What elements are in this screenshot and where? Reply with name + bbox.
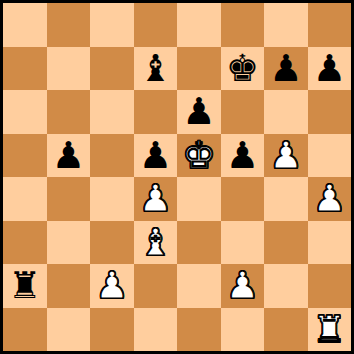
piece-black-pawn: ♟ [313, 50, 346, 87]
square-g2[interactable] [264, 264, 308, 308]
square-h8[interactable] [308, 3, 352, 47]
square-b5[interactable]: ♟ [47, 134, 91, 178]
square-g5[interactable]: ♟ [264, 134, 308, 178]
square-d3[interactable]: ♝ [134, 221, 178, 265]
piece-black-bishop: ♝ [139, 50, 172, 87]
square-a3[interactable] [3, 221, 47, 265]
square-d7[interactable]: ♝ [134, 47, 178, 91]
piece-white-pawn: ♟ [226, 267, 259, 304]
square-h4[interactable]: ♟ [308, 177, 352, 221]
square-e7[interactable] [177, 47, 221, 91]
square-f6[interactable] [221, 90, 265, 134]
square-f8[interactable] [221, 3, 265, 47]
square-f4[interactable] [221, 177, 265, 221]
piece-white-rook: ♜ [313, 311, 346, 348]
square-f5[interactable]: ♟ [221, 134, 265, 178]
square-c4[interactable] [90, 177, 134, 221]
piece-black-pawn: ♟ [226, 137, 259, 174]
square-a7[interactable] [3, 47, 47, 91]
square-g8[interactable] [264, 3, 308, 47]
piece-white-king: ♚ [182, 137, 215, 174]
square-a1[interactable] [3, 308, 47, 352]
square-c6[interactable] [90, 90, 134, 134]
square-b1[interactable] [47, 308, 91, 352]
square-e1[interactable] [177, 308, 221, 352]
square-d5[interactable]: ♟ [134, 134, 178, 178]
square-e4[interactable] [177, 177, 221, 221]
square-c7[interactable] [90, 47, 134, 91]
piece-black-pawn: ♟ [52, 137, 85, 174]
chess-board-frame: ♝♚♟♟♟♟♟♚♟♟♟♟♝♜♟♟♜ [0, 0, 354, 354]
square-g4[interactable] [264, 177, 308, 221]
square-c2[interactable]: ♟ [90, 264, 134, 308]
square-h6[interactable] [308, 90, 352, 134]
square-d1[interactable] [134, 308, 178, 352]
square-c8[interactable] [90, 3, 134, 47]
piece-white-pawn: ♟ [139, 180, 172, 217]
square-c5[interactable] [90, 134, 134, 178]
square-f1[interactable] [221, 308, 265, 352]
piece-black-pawn: ♟ [269, 50, 302, 87]
square-a8[interactable] [3, 3, 47, 47]
square-a4[interactable] [3, 177, 47, 221]
square-f7[interactable]: ♚ [221, 47, 265, 91]
chess-board: ♝♚♟♟♟♟♟♚♟♟♟♟♝♜♟♟♜ [3, 3, 351, 351]
square-d8[interactable] [134, 3, 178, 47]
piece-black-pawn: ♟ [139, 137, 172, 174]
square-a6[interactable] [3, 90, 47, 134]
square-e3[interactable] [177, 221, 221, 265]
square-g7[interactable]: ♟ [264, 47, 308, 91]
square-a5[interactable] [3, 134, 47, 178]
square-h7[interactable]: ♟ [308, 47, 352, 91]
square-c3[interactable] [90, 221, 134, 265]
piece-black-pawn: ♟ [182, 93, 215, 130]
piece-white-pawn: ♟ [95, 267, 128, 304]
piece-white-pawn: ♟ [313, 180, 346, 217]
square-f2[interactable]: ♟ [221, 264, 265, 308]
square-d2[interactable] [134, 264, 178, 308]
square-b8[interactable] [47, 3, 91, 47]
square-b3[interactable] [47, 221, 91, 265]
piece-black-king: ♚ [226, 50, 259, 87]
square-h1[interactable]: ♜ [308, 308, 352, 352]
square-b6[interactable] [47, 90, 91, 134]
square-e8[interactable] [177, 3, 221, 47]
square-f3[interactable] [221, 221, 265, 265]
square-a2[interactable]: ♜ [3, 264, 47, 308]
square-b4[interactable] [47, 177, 91, 221]
square-g3[interactable] [264, 221, 308, 265]
square-h5[interactable] [308, 134, 352, 178]
piece-black-rook: ♜ [8, 267, 41, 304]
square-g6[interactable] [264, 90, 308, 134]
square-g1[interactable] [264, 308, 308, 352]
square-h3[interactable] [308, 221, 352, 265]
square-e2[interactable] [177, 264, 221, 308]
piece-white-pawn: ♟ [269, 137, 302, 174]
square-b7[interactable] [47, 47, 91, 91]
square-h2[interactable] [308, 264, 352, 308]
square-d6[interactable] [134, 90, 178, 134]
square-e5[interactable]: ♚ [177, 134, 221, 178]
piece-white-bishop: ♝ [139, 224, 172, 261]
square-c1[interactable] [90, 308, 134, 352]
square-b2[interactable] [47, 264, 91, 308]
square-e6[interactable]: ♟ [177, 90, 221, 134]
square-d4[interactable]: ♟ [134, 177, 178, 221]
